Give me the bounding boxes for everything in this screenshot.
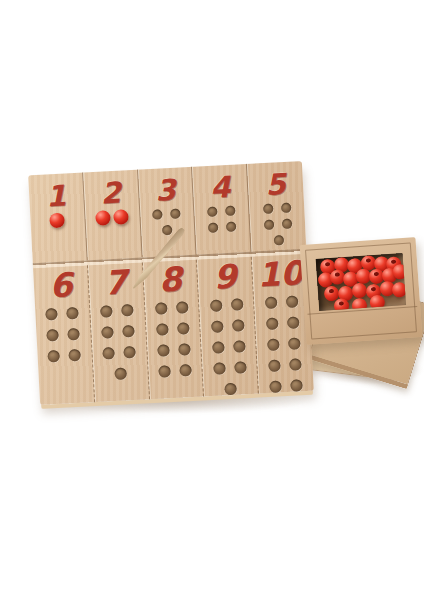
box-bead[interactable] <box>351 283 367 299</box>
hole[interactable] <box>155 302 168 315</box>
hole[interactable] <box>162 225 173 236</box>
section-9: 9 <box>197 257 259 397</box>
numeral-6: 6 <box>49 268 74 302</box>
numeral-8: 8 <box>158 262 183 296</box>
hole-grid-4 <box>207 206 236 233</box>
hole[interactable] <box>281 203 292 214</box>
hole-grid-6 <box>46 307 82 363</box>
numeral-9: 9 <box>213 260 238 294</box>
scene: 12345 678910 <box>0 0 424 600</box>
hole[interactable] <box>102 347 115 360</box>
hole[interactable] <box>157 344 170 357</box>
hole[interactable] <box>211 320 224 333</box>
hole[interactable] <box>281 219 292 230</box>
hole[interactable] <box>210 299 223 312</box>
hole[interactable] <box>156 323 169 336</box>
hole[interactable] <box>68 328 81 341</box>
hole[interactable] <box>121 304 134 317</box>
numeral-7: 7 <box>103 265 128 299</box>
hole[interactable] <box>225 383 238 396</box>
section-6: 6 <box>33 265 95 405</box>
numeral-4: 4 <box>210 173 232 203</box>
hole[interactable] <box>288 337 301 350</box>
hole[interactable] <box>289 358 302 371</box>
hole[interactable] <box>177 322 190 335</box>
hole[interactable] <box>226 222 237 233</box>
hole[interactable] <box>225 206 236 217</box>
hole[interactable] <box>208 222 219 233</box>
hole[interactable] <box>269 380 282 393</box>
hole[interactable] <box>263 204 274 215</box>
hole[interactable] <box>265 296 278 309</box>
hole-grid-2 <box>98 211 126 222</box>
hole[interactable] <box>100 305 113 318</box>
hole[interactable] <box>207 206 218 217</box>
hole[interactable] <box>273 235 284 246</box>
board-row-bottom: 678910 <box>33 254 314 405</box>
hole[interactable] <box>179 364 192 377</box>
hole[interactable] <box>178 343 191 356</box>
hole[interactable] <box>232 319 245 332</box>
hole[interactable] <box>69 349 82 362</box>
hole[interactable] <box>158 365 171 378</box>
hole[interactable] <box>176 301 189 314</box>
hole[interactable] <box>123 346 136 359</box>
section-4: 4 <box>192 164 251 255</box>
hole[interactable] <box>114 367 127 380</box>
hole[interactable] <box>171 208 182 219</box>
section-8: 8 <box>142 260 204 400</box>
hole[interactable] <box>234 361 247 374</box>
hole[interactable] <box>67 307 80 320</box>
hole-grid-9 <box>210 298 248 396</box>
hole-grid-7 <box>100 304 137 381</box>
numeral-1: 1 <box>45 181 67 211</box>
numeral-2: 2 <box>100 179 122 209</box>
hole[interactable] <box>47 329 60 342</box>
counting-board: 12345 678910 <box>28 161 314 405</box>
section-1: 1 <box>28 172 87 263</box>
hole-grid-8 <box>155 301 192 378</box>
box-bead[interactable] <box>391 282 406 298</box>
hole[interactable] <box>122 325 135 338</box>
box-cavity <box>316 253 406 311</box>
numeral-10: 10 <box>256 256 304 291</box>
hole[interactable] <box>266 317 279 330</box>
hole[interactable] <box>46 308 59 321</box>
hole[interactable] <box>267 338 280 351</box>
hole[interactable] <box>212 341 225 354</box>
hole[interactable] <box>48 350 61 363</box>
hole[interactable] <box>286 295 299 308</box>
hole[interactable] <box>268 359 281 372</box>
hole[interactable] <box>263 220 274 231</box>
hole-grid-1 <box>43 214 71 225</box>
bead-box[interactable] <box>300 237 423 345</box>
section-5: 5 <box>247 161 306 252</box>
hole[interactable] <box>101 326 114 339</box>
hole[interactable] <box>153 209 164 220</box>
red-bead[interactable] <box>113 209 129 225</box>
hole[interactable] <box>290 379 303 392</box>
section-2: 2 <box>83 170 142 261</box>
hole[interactable] <box>213 362 226 375</box>
red-bead[interactable] <box>50 212 66 228</box>
numeral-5: 5 <box>265 170 287 200</box>
hole[interactable] <box>231 298 244 311</box>
hole[interactable] <box>287 316 300 329</box>
hole-grid-5 <box>263 203 293 246</box>
hole[interactable] <box>233 340 246 353</box>
red-bead[interactable] <box>95 210 111 226</box>
hole-grid-10 <box>265 295 303 393</box>
section-7: 7 <box>88 262 150 402</box>
numeral-3: 3 <box>155 176 177 206</box>
